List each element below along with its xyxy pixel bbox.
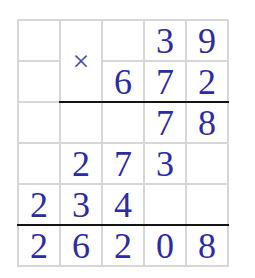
cell-r4c1 [19,144,61,185]
cell-r6c2: 6 [61,226,103,267]
multiplication-icon: × [73,46,90,76]
cell-r1c1 [19,21,61,62]
cell-r1c4: 3 [145,21,187,62]
cell-r5c5 [187,185,229,226]
cell-r5c2: 3 [61,185,103,226]
multiply-operator-cell: × [61,21,103,103]
worksheet-page: × 3 9 6 7 2 7 8 2 7 3 2 3 4 [0,0,255,278]
cell-r1c5: 9 [187,21,229,62]
cell-r5c4 [145,185,187,226]
cell-r5c3: 4 [103,185,145,226]
cell-r6c4: 0 [145,226,187,267]
cell-r2c1 [19,62,61,103]
cell-r4c3: 7 [103,144,145,185]
multiplication-grid: × 3 9 6 7 2 7 8 2 7 3 2 3 4 [17,19,229,267]
cell-r3c5: 8 [187,103,229,144]
cell-r2c3: 6 [103,62,145,103]
cell-r3c3 [103,103,145,144]
cell-r3c1 [19,103,61,144]
cell-r4c5 [187,144,229,185]
cell-r2c5: 2 [187,62,229,103]
cell-r6c5: 8 [187,226,229,267]
cell-r4c4: 3 [145,144,187,185]
cell-r5c1: 2 [19,185,61,226]
cell-r1c3 [103,21,145,62]
multiplication-rule-line [59,101,229,103]
cell-r4c2: 2 [61,144,103,185]
cell-r2c4: 7 [145,62,187,103]
multiplication-work-area: × 3 9 6 7 2 7 8 2 7 3 2 3 4 [17,19,229,267]
cell-r6c3: 2 [103,226,145,267]
cell-r3c2 [61,103,103,144]
cell-r3c4: 7 [145,103,187,144]
equals-rule-line [17,224,229,226]
cell-r6c1: 2 [19,226,61,267]
